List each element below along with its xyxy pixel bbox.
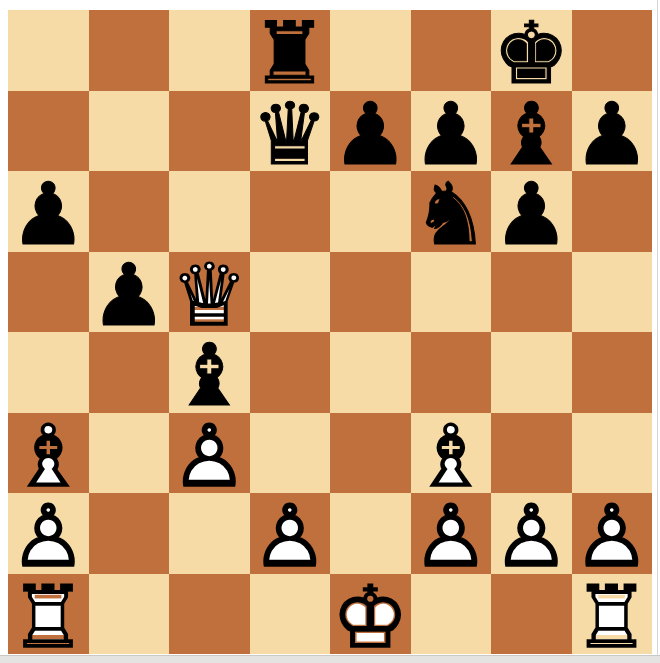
square-f6[interactable]: ♞ (411, 171, 492, 252)
white-pawn-outline-glyph: ♙ (491, 496, 572, 577)
white-queen-fill-glyph: ♛ (169, 255, 250, 336)
white-bishop-outline-glyph: ♗ (8, 416, 89, 497)
piece-white-queen: ♛♕ (169, 252, 250, 333)
square-a7[interactable] (8, 91, 89, 172)
square-d1[interactable] (250, 574, 331, 655)
page: ♜♚♛♟♟♝♟♟♞♟♟♛♕♝♝♗♟♙♝♗♟♙♟♙♟♙♟♙♟♙♜♖♚♔♜♖ (0, 0, 660, 663)
square-g4[interactable] (491, 332, 572, 413)
square-b1[interactable] (89, 574, 170, 655)
square-h3[interactable] (572, 413, 653, 494)
page-edge-strip-bottom (0, 655, 660, 663)
square-f3[interactable]: ♝♗ (411, 413, 492, 494)
square-a6[interactable]: ♟ (8, 171, 89, 252)
square-d4[interactable] (250, 332, 331, 413)
white-rook-fill-glyph: ♜ (572, 577, 653, 658)
square-b6[interactable] (89, 171, 170, 252)
square-c6[interactable] (169, 171, 250, 252)
square-c8[interactable] (169, 10, 250, 91)
square-b3[interactable] (89, 413, 170, 494)
square-f5[interactable] (411, 252, 492, 333)
square-h5[interactable] (572, 252, 653, 333)
square-b4[interactable] (89, 332, 170, 413)
piece-white-pawn: ♟♙ (491, 493, 572, 574)
white-pawn-fill-glyph: ♟ (572, 496, 653, 577)
chess-board: ♜♚♛♟♟♝♟♟♞♟♟♛♕♝♝♗♟♙♝♗♟♙♟♙♟♙♟♙♟♙♜♖♚♔♜♖ (8, 10, 652, 654)
black-pawn-fill-glyph: ♟ (491, 174, 572, 255)
square-e8[interactable] (330, 10, 411, 91)
square-g7[interactable]: ♝ (491, 91, 572, 172)
piece-black-knight: ♞ (411, 171, 492, 252)
piece-white-pawn: ♟♙ (572, 493, 653, 574)
square-g2[interactable]: ♟♙ (491, 493, 572, 574)
black-rook-fill-glyph: ♜ (250, 13, 331, 94)
piece-white-king: ♚♔ (330, 574, 411, 655)
piece-black-rook: ♜ (250, 10, 331, 91)
piece-black-queen: ♛ (250, 91, 331, 172)
square-d6[interactable] (250, 171, 331, 252)
square-f7[interactable]: ♟ (411, 91, 492, 172)
square-b8[interactable] (89, 10, 170, 91)
square-b7[interactable] (89, 91, 170, 172)
square-g5[interactable] (491, 252, 572, 333)
white-pawn-fill-glyph: ♟ (169, 416, 250, 497)
square-e3[interactable] (330, 413, 411, 494)
square-a1[interactable]: ♜♖ (8, 574, 89, 655)
black-pawn-fill-glyph: ♟ (572, 94, 653, 175)
piece-black-king: ♚ (491, 10, 572, 91)
white-rook-outline-glyph: ♖ (572, 577, 653, 658)
white-pawn-outline-glyph: ♙ (250, 496, 331, 577)
white-rook-fill-glyph: ♜ (8, 577, 89, 658)
square-d3[interactable] (250, 413, 331, 494)
piece-white-pawn: ♟♙ (250, 493, 331, 574)
piece-white-bishop: ♝♗ (411, 413, 492, 494)
square-d2[interactable]: ♟♙ (250, 493, 331, 574)
square-f4[interactable] (411, 332, 492, 413)
white-bishop-fill-glyph: ♝ (8, 416, 89, 497)
square-e2[interactable] (330, 493, 411, 574)
piece-black-bishop: ♝ (491, 91, 572, 172)
square-e5[interactable] (330, 252, 411, 333)
square-h2[interactable]: ♟♙ (572, 493, 653, 574)
square-b5[interactable]: ♟ (89, 252, 170, 333)
black-bishop-fill-glyph: ♝ (491, 94, 572, 175)
square-c1[interactable] (169, 574, 250, 655)
black-pawn-fill-glyph: ♟ (411, 94, 492, 175)
white-pawn-fill-glyph: ♟ (250, 496, 331, 577)
piece-black-pawn: ♟ (330, 91, 411, 172)
white-pawn-outline-glyph: ♙ (169, 416, 250, 497)
piece-white-pawn: ♟♙ (169, 413, 250, 494)
black-knight-fill-glyph: ♞ (411, 174, 492, 255)
black-king-fill-glyph: ♚ (491, 13, 572, 94)
white-pawn-fill-glyph: ♟ (8, 496, 89, 577)
square-d7[interactable]: ♛ (250, 91, 331, 172)
white-pawn-outline-glyph: ♙ (8, 496, 89, 577)
piece-white-pawn: ♟♙ (8, 493, 89, 574)
square-a4[interactable] (8, 332, 89, 413)
square-h7[interactable]: ♟ (572, 91, 653, 172)
square-c3[interactable]: ♟♙ (169, 413, 250, 494)
square-e6[interactable] (330, 171, 411, 252)
white-pawn-fill-glyph: ♟ (411, 496, 492, 577)
white-king-outline-glyph: ♔ (330, 577, 411, 658)
piece-black-pawn: ♟ (8, 171, 89, 252)
piece-black-pawn: ♟ (491, 171, 572, 252)
square-c4[interactable]: ♝ (169, 332, 250, 413)
square-g1[interactable] (491, 574, 572, 655)
white-bishop-fill-glyph: ♝ (411, 416, 492, 497)
square-h4[interactable] (572, 332, 653, 413)
square-f1[interactable] (411, 574, 492, 655)
square-h1[interactable]: ♜♖ (572, 574, 653, 655)
white-queen-outline-glyph: ♕ (169, 255, 250, 336)
square-a8[interactable] (8, 10, 89, 91)
piece-black-bishop: ♝ (169, 332, 250, 413)
square-f8[interactable] (411, 10, 492, 91)
square-b2[interactable] (89, 493, 170, 574)
white-pawn-outline-glyph: ♙ (411, 496, 492, 577)
piece-white-rook: ♜♖ (8, 574, 89, 655)
piece-white-rook: ♜♖ (572, 574, 653, 655)
piece-black-pawn: ♟ (89, 252, 170, 333)
square-g6[interactable]: ♟ (491, 171, 572, 252)
square-c7[interactable] (169, 91, 250, 172)
piece-white-bishop: ♝♗ (8, 413, 89, 494)
white-rook-outline-glyph: ♖ (8, 577, 89, 658)
square-h6[interactable] (572, 171, 653, 252)
square-e7[interactable]: ♟ (330, 91, 411, 172)
white-king-fill-glyph: ♚ (330, 577, 411, 658)
square-c5[interactable]: ♛♕ (169, 252, 250, 333)
square-h8[interactable] (572, 10, 653, 91)
square-c2[interactable] (169, 493, 250, 574)
piece-white-pawn: ♟♙ (411, 493, 492, 574)
square-a5[interactable] (8, 252, 89, 333)
square-a3[interactable]: ♝♗ (8, 413, 89, 494)
square-e4[interactable] (330, 332, 411, 413)
white-pawn-fill-glyph: ♟ (491, 496, 572, 577)
square-d8[interactable]: ♜ (250, 10, 331, 91)
piece-black-pawn: ♟ (572, 91, 653, 172)
square-e1[interactable]: ♚♔ (330, 574, 411, 655)
white-bishop-outline-glyph: ♗ (411, 416, 492, 497)
black-pawn-fill-glyph: ♟ (330, 94, 411, 175)
white-pawn-outline-glyph: ♙ (572, 496, 653, 577)
square-g8[interactable]: ♚ (491, 10, 572, 91)
black-pawn-fill-glyph: ♟ (8, 174, 89, 255)
piece-black-pawn: ♟ (411, 91, 492, 172)
black-bishop-fill-glyph: ♝ (169, 335, 250, 416)
square-g3[interactable] (491, 413, 572, 494)
page-edge-line-right (657, 0, 658, 655)
square-d5[interactable] (250, 252, 331, 333)
black-pawn-fill-glyph: ♟ (89, 255, 170, 336)
square-a2[interactable]: ♟♙ (8, 493, 89, 574)
black-queen-fill-glyph: ♛ (250, 94, 331, 175)
square-f2[interactable]: ♟♙ (411, 493, 492, 574)
